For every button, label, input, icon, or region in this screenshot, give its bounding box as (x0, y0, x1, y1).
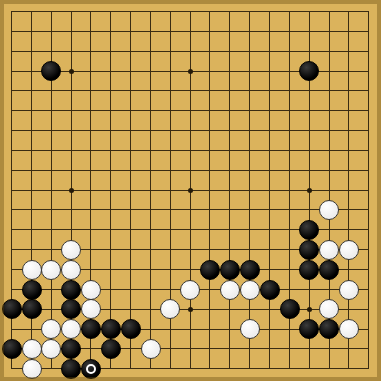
white-stone[interactable] (61, 260, 81, 280)
white-stone[interactable] (319, 200, 339, 220)
hoshi-point (307, 307, 312, 312)
white-stone[interactable] (319, 240, 339, 260)
white-stone[interactable] (41, 260, 61, 280)
black-stone[interactable] (121, 319, 141, 339)
black-stone[interactable] (101, 339, 121, 359)
black-stone[interactable] (61, 280, 81, 300)
white-stone[interactable] (180, 280, 200, 300)
white-stone[interactable] (339, 240, 359, 260)
hoshi-point (69, 69, 74, 74)
hoshi-point (307, 188, 312, 193)
black-stone[interactable] (61, 299, 81, 319)
black-stone[interactable] (2, 339, 22, 359)
white-stone[interactable] (240, 280, 260, 300)
black-stone[interactable] (101, 319, 121, 339)
white-stone[interactable] (319, 299, 339, 319)
white-stone[interactable] (160, 299, 180, 319)
black-stone[interactable] (319, 260, 339, 280)
white-stone[interactable] (339, 280, 359, 300)
black-stone[interactable] (81, 359, 101, 379)
white-stone[interactable] (61, 240, 81, 260)
white-stone[interactable] (22, 359, 42, 379)
black-stone[interactable] (22, 280, 42, 300)
black-stone[interactable] (200, 260, 220, 280)
hoshi-point (188, 69, 193, 74)
white-stone[interactable] (220, 280, 240, 300)
black-stone[interactable] (299, 61, 319, 81)
black-stone[interactable] (240, 260, 260, 280)
hoshi-point (69, 188, 74, 193)
hoshi-point (188, 307, 193, 312)
black-stone[interactable] (22, 299, 42, 319)
black-stone[interactable] (299, 240, 319, 260)
black-stone[interactable] (61, 339, 81, 359)
white-stone[interactable] (22, 339, 42, 359)
black-stone[interactable] (280, 299, 300, 319)
black-stone[interactable] (299, 319, 319, 339)
white-stone[interactable] (240, 319, 260, 339)
black-stone[interactable] (81, 319, 101, 339)
black-stone[interactable] (319, 319, 339, 339)
white-stone[interactable] (22, 260, 42, 280)
go-board[interactable] (0, 0, 381, 381)
white-stone[interactable] (339, 319, 359, 339)
last-move-circle-marker (86, 364, 96, 374)
black-stone[interactable] (260, 280, 280, 300)
black-stone[interactable] (299, 220, 319, 240)
black-stone[interactable] (299, 260, 319, 280)
black-stone[interactable] (61, 359, 81, 379)
black-stone[interactable] (2, 299, 22, 319)
white-stone[interactable] (81, 280, 101, 300)
black-stone[interactable] (41, 61, 61, 81)
hoshi-point (188, 188, 193, 193)
white-stone[interactable] (41, 319, 61, 339)
white-stone[interactable] (81, 299, 101, 319)
white-stone[interactable] (61, 319, 81, 339)
white-stone[interactable] (41, 339, 61, 359)
intersections-layer[interactable] (2, 2, 379, 379)
white-stone[interactable] (141, 339, 161, 359)
black-stone[interactable] (220, 260, 240, 280)
